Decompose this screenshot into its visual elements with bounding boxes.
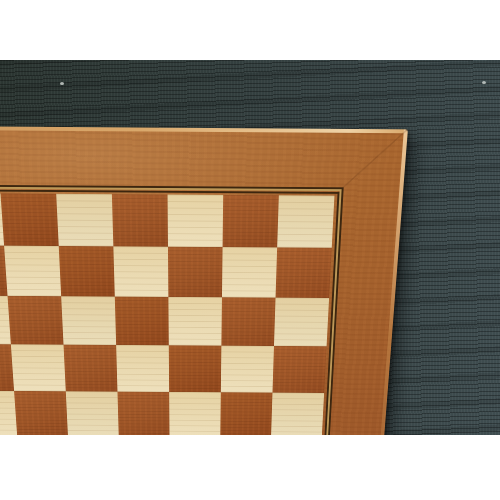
- square-e8: [271, 393, 324, 435]
- squares-grid: [0, 193, 334, 435]
- border-miter-seam: [334, 129, 407, 196]
- square-a4: [56, 194, 113, 247]
- square-a5: [112, 194, 168, 247]
- square-d8: [272, 346, 326, 393]
- square-d7: [221, 346, 274, 393]
- square-b3: [4, 246, 61, 297]
- chess-board: [0, 125, 408, 435]
- square-e3: [14, 391, 68, 435]
- square-c4: [61, 296, 116, 345]
- square-c6: [168, 297, 222, 346]
- square-e4: [66, 391, 119, 435]
- square-a8: [277, 195, 334, 247]
- square-a6: [168, 195, 224, 248]
- square-d4: [64, 345, 118, 392]
- square-e5: [117, 392, 169, 435]
- square-d3: [11, 344, 66, 391]
- lint-speck: [482, 81, 486, 84]
- square-e6: [169, 392, 221, 435]
- square-b4: [59, 246, 115, 297]
- photo-area: [0, 60, 500, 435]
- square-d5: [116, 345, 169, 392]
- letterbox-top: [0, 0, 500, 60]
- square-a7: [223, 195, 279, 247]
- square-e7: [220, 392, 272, 435]
- square-b8: [276, 247, 332, 298]
- square-b5: [113, 246, 168, 297]
- screenshot: [0, 0, 500, 500]
- lint-speck: [60, 82, 64, 85]
- square-c7: [221, 297, 275, 346]
- square-b7: [222, 247, 277, 298]
- letterbox-bottom: [0, 435, 500, 500]
- square-c5: [115, 297, 169, 346]
- square-c8: [274, 298, 329, 347]
- square-c3: [8, 296, 64, 345]
- square-b6: [168, 247, 223, 298]
- square-d6: [169, 345, 222, 392]
- square-a3: [0, 193, 58, 246]
